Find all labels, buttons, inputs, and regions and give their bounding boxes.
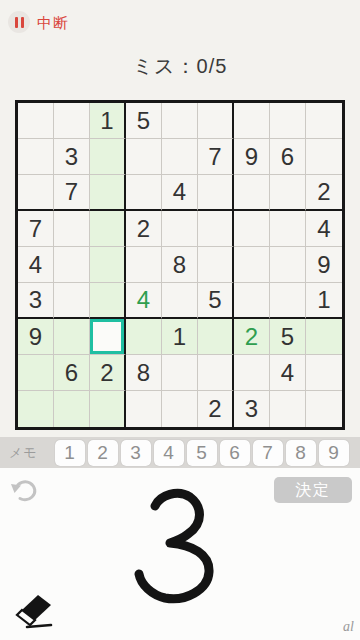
sudoku-cell-r6c5[interactable] [162,283,198,319]
sudoku-cell-r7c6[interactable] [198,319,234,355]
sudoku-cell-r7c1[interactable]: 9 [18,319,54,355]
sudoku-cell-r3c4[interactable] [126,175,162,211]
sudoku-cell-r3c6[interactable] [198,175,234,211]
sudoku-cell-r3c1[interactable] [18,175,54,211]
sudoku-cell-r5c4[interactable] [126,247,162,283]
sudoku-cell-r8c9[interactable] [306,355,342,391]
pause-button[interactable] [8,11,30,33]
pause-label[interactable]: 中断 [37,14,69,33]
sudoku-cell-r4c4[interactable]: 2 [126,211,162,247]
sudoku-cell-r1c4[interactable]: 5 [126,103,162,139]
memo-number-button-9[interactable]: 9 [319,440,349,466]
sudoku-cell-r2c7[interactable]: 9 [234,139,270,175]
sudoku-cell-r3c9[interactable]: 2 [306,175,342,211]
sudoku-cell-r6c9[interactable]: 1 [306,283,342,319]
memo-number-button-1[interactable]: 1 [55,440,85,466]
sudoku-cell-r7c2[interactable] [54,319,90,355]
sudoku-cell-r4c3[interactable] [90,211,126,247]
sudoku-cell-r4c7[interactable] [234,211,270,247]
sudoku-cell-r5c1[interactable]: 4 [18,247,54,283]
sudoku-cell-r7c3[interactable] [90,319,126,355]
sudoku-cell-r2c2[interactable]: 3 [54,139,90,175]
confirm-button[interactable]: 決定 [274,477,352,503]
memo-number-button-5[interactable]: 5 [187,440,217,466]
sudoku-cell-r1c6[interactable] [198,103,234,139]
handwriting-panel[interactable]: 決定 al [0,468,360,640]
sudoku-cell-r6c1[interactable]: 3 [18,283,54,319]
sudoku-cell-r2c5[interactable] [162,139,198,175]
sudoku-cell-r6c8[interactable] [270,283,306,319]
sudoku-cell-r3c3[interactable] [90,175,126,211]
sudoku-cell-r3c7[interactable] [234,175,270,211]
sudoku-cell-r8c1[interactable] [18,355,54,391]
sudoku-cell-r2c9[interactable] [306,139,342,175]
sudoku-cell-r3c2[interactable]: 7 [54,175,90,211]
sudoku-cell-r4c5[interactable] [162,211,198,247]
sudoku-cell-r8c3[interactable]: 2 [90,355,126,391]
sudoku-cell-r8c8[interactable]: 4 [270,355,306,391]
sudoku-cell-r5c8[interactable] [270,247,306,283]
undo-icon[interactable] [10,477,38,503]
memo-label: メモ [9,444,38,462]
memo-number-button-6[interactable]: 6 [220,440,250,466]
memo-number-button-2[interactable]: 2 [88,440,118,466]
sudoku-cell-r9c9[interactable] [306,391,342,427]
memo-number-button-4[interactable]: 4 [154,440,184,466]
memo-number-row: 123456789 [55,440,349,466]
sudoku-cell-r7c5[interactable]: 1 [162,319,198,355]
sudoku-cell-r4c8[interactable] [270,211,306,247]
sudoku-cell-r1c1[interactable] [18,103,54,139]
pause-icon [15,17,18,28]
sudoku-cell-r3c8[interactable] [270,175,306,211]
sudoku-cell-r5c7[interactable] [234,247,270,283]
sudoku-cell-r2c3[interactable] [90,139,126,175]
miss-counter: ミス：0/5 [0,53,360,80]
sudoku-cell-r4c2[interactable] [54,211,90,247]
sudoku-cell-r9c1[interactable] [18,391,54,427]
sudoku-cell-r8c7[interactable] [234,355,270,391]
sudoku-cell-r8c4[interactable]: 8 [126,355,162,391]
eraser-icon[interactable] [13,590,53,632]
sudoku-cell-r1c7[interactable] [234,103,270,139]
memo-number-button-7[interactable]: 7 [253,440,283,466]
sudoku-board: 15379674272448934519125628423 [15,100,345,430]
sudoku-cell-r9c3[interactable] [90,391,126,427]
sudoku-app-screen: 中断 ミス：0/5 15379674272448934519125628423 … [0,0,360,640]
sudoku-cell-r2c6[interactable]: 7 [198,139,234,175]
sudoku-cell-r1c9[interactable] [306,103,342,139]
sudoku-cell-r5c9[interactable]: 9 [306,247,342,283]
sudoku-cell-r4c6[interactable] [198,211,234,247]
sudoku-cell-r9c7[interactable]: 3 [234,391,270,427]
sudoku-cell-r1c3[interactable]: 1 [90,103,126,139]
sudoku-cell-r5c5[interactable]: 8 [162,247,198,283]
sudoku-cell-r7c7[interactable]: 2 [234,319,270,355]
sudoku-cell-r6c3[interactable] [90,283,126,319]
sudoku-cell-r4c9[interactable]: 4 [306,211,342,247]
sudoku-cell-r5c6[interactable] [198,247,234,283]
sudoku-cell-r9c8[interactable] [270,391,306,427]
sudoku-cell-r5c3[interactable] [90,247,126,283]
sudoku-cell-r6c2[interactable] [54,283,90,319]
sudoku-cell-r2c1[interactable] [18,139,54,175]
sudoku-cell-r6c7[interactable] [234,283,270,319]
memo-number-button-8[interactable]: 8 [286,440,316,466]
sudoku-cell-r6c4[interactable]: 4 [126,283,162,319]
sudoku-cell-r9c6[interactable]: 2 [198,391,234,427]
sudoku-cell-r4c1[interactable]: 7 [18,211,54,247]
sudoku-cell-r1c8[interactable] [270,103,306,139]
sudoku-cell-r7c8[interactable]: 5 [270,319,306,355]
sudoku-cell-r6c6[interactable]: 5 [198,283,234,319]
sudoku-cell-r7c9[interactable] [306,319,342,355]
sudoku-cell-r1c2[interactable] [54,103,90,139]
sudoku-cell-r9c2[interactable] [54,391,90,427]
sudoku-cell-r8c2[interactable]: 6 [54,355,90,391]
sudoku-cell-r2c4[interactable] [126,139,162,175]
sudoku-cell-r1c5[interactable] [162,103,198,139]
sudoku-cell-r5c2[interactable] [54,247,90,283]
sudoku-cell-r9c5[interactable] [162,391,198,427]
sudoku-cell-r8c6[interactable] [198,355,234,391]
sudoku-cell-r8c5[interactable] [162,355,198,391]
sudoku-cell-r7c4[interactable] [126,319,162,355]
watermark-text: al [343,619,354,635]
sudoku-cell-r2c8[interactable]: 6 [270,139,306,175]
sudoku-cell-r9c4[interactable] [126,391,162,427]
memo-bar: メモ 123456789 [0,437,360,468]
sudoku-cell-r3c5[interactable]: 4 [162,175,198,211]
memo-number-button-3[interactable]: 3 [121,440,151,466]
